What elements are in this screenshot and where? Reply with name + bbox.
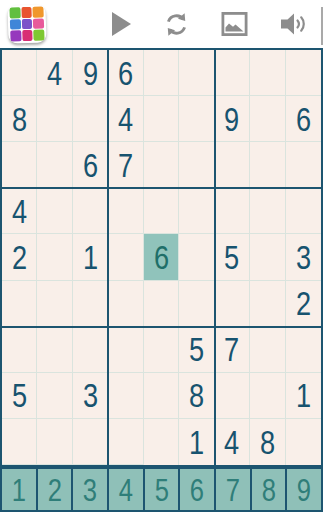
- cell-r2c3[interactable]: [73, 96, 108, 142]
- cell-r2c6[interactable]: [179, 96, 214, 142]
- app-logo-tile: [33, 18, 44, 29]
- cell-r9c8[interactable]: 8: [250, 419, 285, 465]
- numpad-digit: 6: [190, 474, 204, 506]
- cell-r7c6[interactable]: 5: [179, 327, 214, 373]
- cell-r9c7[interactable]: 4: [215, 419, 250, 465]
- cell-r9c2[interactable]: [37, 419, 72, 465]
- cell-r7c7[interactable]: 7: [215, 327, 250, 373]
- toolbar-buttons: [111, 11, 323, 38]
- cell-digit: 9: [83, 56, 98, 90]
- cell-r8c7[interactable]: [215, 373, 250, 419]
- cell-r3c5[interactable]: [144, 142, 179, 188]
- cell-digit: 5: [12, 378, 27, 412]
- cell-r9c5[interactable]: [144, 419, 179, 465]
- cell-r3c7[interactable]: [215, 142, 250, 188]
- app-logo-tile: [10, 31, 21, 42]
- picture-icon: [221, 12, 248, 36]
- restart-button[interactable]: [163, 11, 190, 38]
- cell-r4c9[interactable]: [286, 188, 321, 234]
- cell-r6c3[interactable]: [73, 281, 108, 327]
- toolbar: [0, 0, 323, 48]
- cell-digit: 4: [12, 194, 27, 228]
- cell-digit: 1: [189, 425, 204, 459]
- cell-digit: 6: [118, 56, 133, 90]
- cell-r8c8[interactable]: [250, 373, 285, 419]
- cell-r5c2[interactable]: [37, 234, 72, 280]
- app-logo-tile: [21, 7, 32, 18]
- cell-r8c3[interactable]: 3: [73, 373, 108, 419]
- cell-digit: 4: [47, 56, 62, 90]
- cell-r4c8[interactable]: [250, 188, 285, 234]
- cell-digit: 4: [224, 425, 239, 459]
- app-logo-tile: [10, 19, 21, 30]
- cell-digit: 2: [296, 286, 311, 320]
- cell-r8c2[interactable]: [37, 373, 72, 419]
- cell-r9c6[interactable]: 1: [179, 419, 214, 465]
- cell-digit: 3: [83, 378, 98, 412]
- sound-button[interactable]: [279, 11, 309, 37]
- cell-r3c9[interactable]: [286, 142, 321, 188]
- cell-r5c3[interactable]: 1: [73, 234, 108, 280]
- cell-digit: 7: [118, 148, 133, 182]
- cell-digit: 2: [12, 240, 27, 274]
- cell-r2c8[interactable]: [250, 96, 285, 142]
- numpad-9[interactable]: 9: [287, 469, 321, 510]
- numpad-3[interactable]: 3: [73, 469, 107, 510]
- app-logo-tile: [34, 30, 45, 41]
- cell-digit: 4: [118, 102, 133, 136]
- cell-r6c1[interactable]: [2, 281, 37, 327]
- app-logo-tile: [9, 7, 20, 18]
- cell-r1c8[interactable]: [250, 50, 285, 96]
- cell-r4c7[interactable]: [215, 188, 250, 234]
- sudoku-app: { "game": "sudoku", "position": "0496000…: [0, 0, 323, 512]
- cell-digit: 7: [224, 332, 239, 366]
- sudoku-board: 4968496674216532575381148: [0, 48, 323, 467]
- play-button[interactable]: [111, 11, 132, 37]
- cell-r2c5[interactable]: [144, 96, 179, 142]
- app-logo-tile: [21, 18, 32, 29]
- cell-r1c6[interactable]: [179, 50, 214, 96]
- cell-r4c1[interactable]: 4: [2, 188, 37, 234]
- cell-r4c2[interactable]: [37, 188, 72, 234]
- cell-r5c4[interactable]: [108, 234, 143, 280]
- cell-r8c4[interactable]: [108, 373, 143, 419]
- numpad-7[interactable]: 7: [216, 469, 250, 510]
- number-pad: 123456789: [0, 467, 323, 512]
- cell-digit: 8: [260, 425, 275, 459]
- cell-r3c6[interactable]: [179, 142, 214, 188]
- cell-r8c5[interactable]: [144, 373, 179, 419]
- cell-r2c7[interactable]: 9: [215, 96, 250, 142]
- cell-r9c1[interactable]: [2, 419, 37, 465]
- app-logo-tile: [22, 30, 33, 41]
- cell-r4c3[interactable]: [73, 188, 108, 234]
- cell-r1c9[interactable]: [286, 50, 321, 96]
- cell-digit: 5: [189, 332, 204, 366]
- cell-digit: 1: [296, 378, 311, 412]
- numpad-digit: 3: [83, 474, 97, 506]
- cell-digit: 6: [153, 240, 168, 274]
- cell-r4c6[interactable]: [179, 188, 214, 234]
- cell-r5c5[interactable]: 6: [144, 234, 179, 280]
- numpad-digit: 9: [297, 474, 311, 506]
- cell-r6c2[interactable]: [37, 281, 72, 327]
- cell-r6c5[interactable]: [144, 281, 179, 327]
- cell-r7c9[interactable]: [286, 327, 321, 373]
- numpad-4[interactable]: 4: [109, 469, 143, 510]
- cell-r1c5[interactable]: [144, 50, 179, 96]
- cell-r6c6[interactable]: [179, 281, 214, 327]
- cell-r3c1[interactable]: [2, 142, 37, 188]
- cell-digit: 6: [296, 102, 311, 136]
- app-logo-icon: [7, 4, 46, 43]
- cell-r1c1[interactable]: [2, 50, 37, 96]
- cell-r2c4[interactable]: 4: [108, 96, 143, 142]
- cell-r1c4[interactable]: 6: [108, 50, 143, 96]
- cell-digit: 1: [83, 240, 98, 274]
- refresh-icon: [163, 11, 190, 38]
- cell-digit: 9: [224, 102, 239, 136]
- cell-r6c4[interactable]: [108, 281, 143, 327]
- cell-r7c3[interactable]: [73, 327, 108, 373]
- app-logo-tile: [33, 6, 44, 17]
- cell-r2c9[interactable]: 6: [286, 96, 321, 142]
- numpad-5[interactable]: 5: [145, 469, 179, 510]
- play-icon: [111, 11, 132, 37]
- cell-r3c2[interactable]: [37, 142, 72, 188]
- numpad-digit: 7: [226, 474, 240, 506]
- cell-r4c4[interactable]: [108, 188, 143, 234]
- cell-r1c2[interactable]: 4: [37, 50, 72, 96]
- numpad-digit: 1: [12, 474, 26, 506]
- numpad-6[interactable]: 6: [180, 469, 214, 510]
- cell-r6c8[interactable]: [250, 281, 285, 327]
- cell-digit: 3: [296, 240, 311, 274]
- background-image-button[interactable]: [221, 12, 248, 36]
- cell-digit: 8: [189, 378, 204, 412]
- cell-r5c8[interactable]: [250, 234, 285, 280]
- cell-r3c4[interactable]: 7: [108, 142, 143, 188]
- cell-r3c8[interactable]: [250, 142, 285, 188]
- cell-r1c3[interactable]: 9: [73, 50, 108, 96]
- numpad-2[interactable]: 2: [38, 469, 72, 510]
- cell-r5c6[interactable]: [179, 234, 214, 280]
- numpad-1[interactable]: 1: [2, 469, 36, 510]
- cell-r5c9[interactable]: 3: [286, 234, 321, 280]
- numpad-digit: 5: [154, 474, 168, 506]
- cell-digit: 6: [83, 148, 98, 182]
- cell-r8c6[interactable]: 8: [179, 373, 214, 419]
- cell-digit: 8: [12, 102, 27, 136]
- cell-r3c3[interactable]: 6: [73, 142, 108, 188]
- cell-r8c9[interactable]: 1: [286, 373, 321, 419]
- speaker-icon: [279, 11, 309, 37]
- numpad-digit: 2: [47, 474, 61, 506]
- cell-r7c4[interactable]: [108, 327, 143, 373]
- cell-r2c1[interactable]: 8: [2, 96, 37, 142]
- numpad-8[interactable]: 8: [252, 469, 286, 510]
- cell-r6c9[interactable]: 2: [286, 281, 321, 327]
- numpad-digit: 8: [261, 474, 275, 506]
- cell-r2c2[interactable]: [37, 96, 72, 142]
- cell-r4c5[interactable]: [144, 188, 179, 234]
- cell-r7c2[interactable]: [37, 327, 72, 373]
- cell-r7c8[interactable]: [250, 327, 285, 373]
- cell-r5c1[interactable]: 2: [2, 234, 37, 280]
- cell-r8c1[interactable]: 5: [2, 373, 37, 419]
- numpad-digit: 4: [119, 474, 133, 506]
- cell-digit: 5: [224, 240, 239, 274]
- cell-r9c3[interactable]: [73, 419, 108, 465]
- cell-r7c5[interactable]: [144, 327, 179, 373]
- cell-r5c7[interactable]: 5: [215, 234, 250, 280]
- cell-r9c4[interactable]: [108, 419, 143, 465]
- cell-r6c7[interactable]: [215, 281, 250, 327]
- cell-r9c9[interactable]: [286, 419, 321, 465]
- cell-r1c7[interactable]: [215, 50, 250, 96]
- cell-r7c1[interactable]: [2, 327, 37, 373]
